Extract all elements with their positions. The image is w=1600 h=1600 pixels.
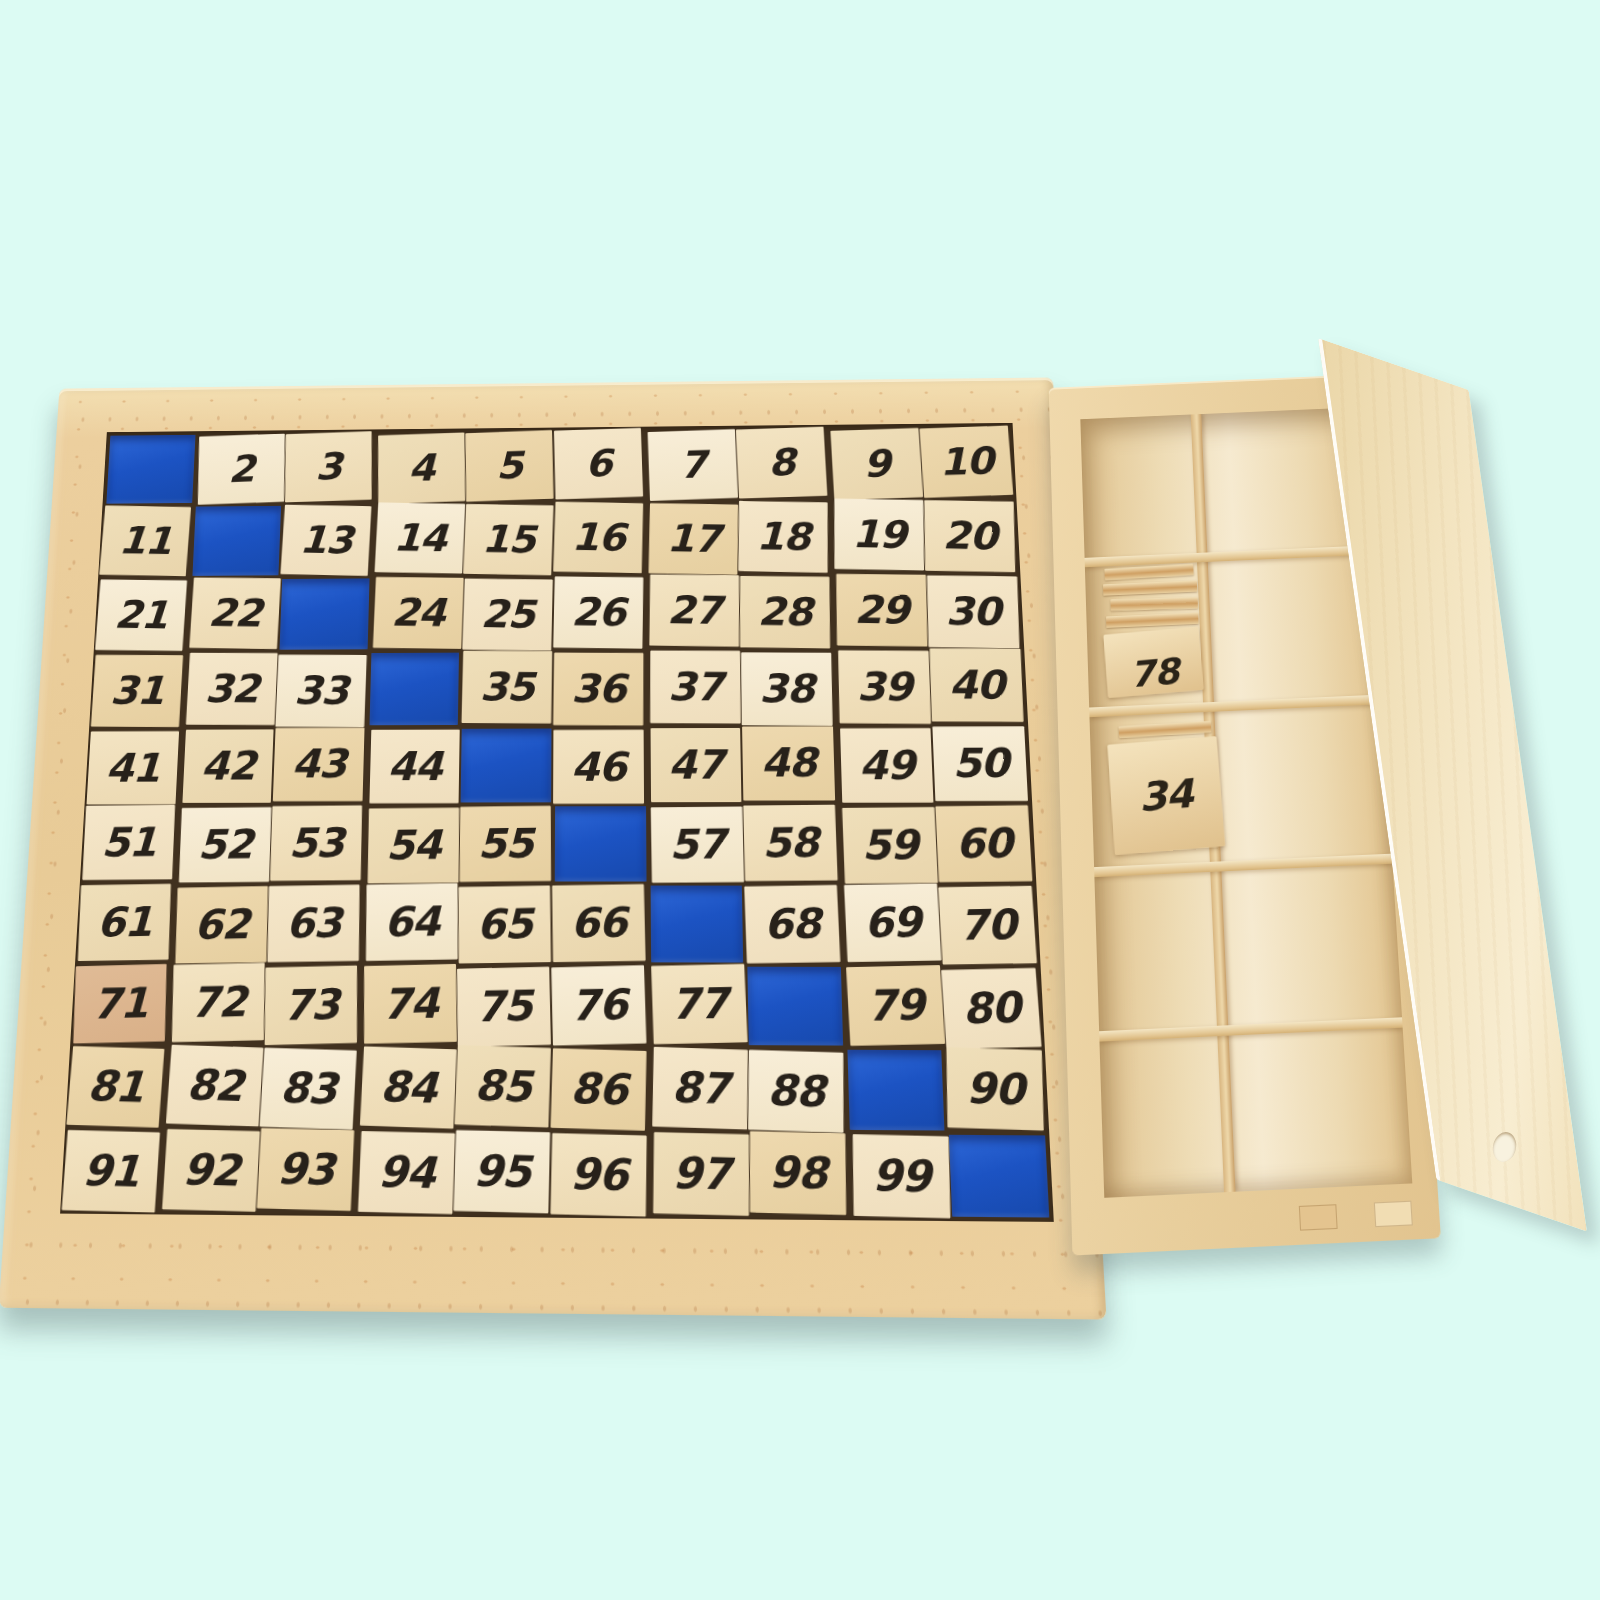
board-tile-90[interactable]: 90 bbox=[947, 1047, 1044, 1130]
board-tile-37[interactable]: 37 bbox=[650, 651, 740, 724]
board-grid: 2345678910111314151617181920212224252627… bbox=[60, 423, 1054, 1222]
box-divider-horizontal bbox=[1085, 545, 1374, 567]
board-slot-89[interactable] bbox=[847, 1050, 945, 1131]
board-tile-52[interactable]: 52 bbox=[178, 807, 270, 882]
board-tile-68[interactable]: 68 bbox=[744, 885, 840, 964]
board-tile-22[interactable]: 22 bbox=[189, 577, 280, 649]
board-tile-8[interactable]: 8 bbox=[736, 427, 827, 499]
box-tile-34-label: 34 bbox=[1138, 770, 1195, 820]
board-tile-85[interactable]: 85 bbox=[455, 1045, 551, 1127]
board-tile-57[interactable]: 57 bbox=[650, 806, 743, 882]
board-tile-43[interactable]: 43 bbox=[273, 728, 364, 802]
board-tile-5[interactable]: 5 bbox=[466, 430, 554, 502]
board-tile-96[interactable]: 96 bbox=[550, 1133, 646, 1217]
scene: 2345678910111314151617181920212224252627… bbox=[0, 0, 1600, 1600]
stacked-tile-edge bbox=[1103, 581, 1198, 596]
board-tile-11[interactable]: 11 bbox=[99, 506, 190, 577]
finger-joint bbox=[1374, 1201, 1413, 1228]
board-tile-88[interactable]: 88 bbox=[748, 1050, 843, 1133]
board-tile-46[interactable]: 46 bbox=[553, 730, 644, 804]
board-tile-16[interactable]: 16 bbox=[553, 502, 643, 574]
board-tile-40[interactable]: 40 bbox=[930, 648, 1024, 722]
board-tile-50[interactable]: 50 bbox=[933, 726, 1028, 801]
board-tile-48[interactable]: 48 bbox=[742, 726, 835, 800]
board-tile-77[interactable]: 77 bbox=[651, 964, 747, 1044]
board-tile-42[interactable]: 42 bbox=[182, 729, 274, 802]
board-tile-70[interactable]: 70 bbox=[939, 886, 1037, 965]
board-tile-7[interactable]: 7 bbox=[647, 429, 737, 501]
board-tile-98[interactable]: 98 bbox=[750, 1131, 846, 1215]
board-tile-80[interactable]: 80 bbox=[942, 968, 1042, 1049]
board-tile-74[interactable]: 74 bbox=[364, 964, 456, 1044]
board-tile-93[interactable]: 93 bbox=[257, 1128, 354, 1211]
board-slot-56[interactable] bbox=[555, 806, 646, 881]
board-tile-94[interactable]: 94 bbox=[358, 1131, 455, 1214]
board-tile-91[interactable]: 91 bbox=[62, 1130, 160, 1213]
board-tile-83[interactable]: 83 bbox=[260, 1048, 357, 1130]
board-tile-99[interactable]: 99 bbox=[852, 1134, 949, 1218]
board-slot-45[interactable] bbox=[461, 729, 552, 803]
board-tile-84[interactable]: 84 bbox=[360, 1046, 456, 1128]
board-tile-38[interactable]: 38 bbox=[741, 652, 832, 725]
stacked-tile-edge bbox=[1110, 597, 1197, 611]
board-tile-47[interactable]: 47 bbox=[650, 728, 741, 802]
board-tile-29[interactable]: 29 bbox=[836, 574, 927, 647]
board-tile-87[interactable]: 87 bbox=[652, 1047, 747, 1130]
board-tile-60[interactable]: 60 bbox=[936, 805, 1033, 882]
board-tile-19[interactable]: 19 bbox=[834, 499, 923, 571]
box-divider-horizontal bbox=[1094, 854, 1392, 877]
board-tile-27[interactable]: 27 bbox=[649, 574, 738, 646]
board-tile-15[interactable]: 15 bbox=[464, 504, 554, 575]
board-tile-25[interactable]: 25 bbox=[463, 579, 553, 651]
board-tile-53[interactable]: 53 bbox=[270, 805, 362, 881]
board-tile-59[interactable]: 59 bbox=[842, 807, 938, 884]
board-tile-55[interactable]: 55 bbox=[460, 806, 551, 882]
board-tile-65[interactable]: 65 bbox=[459, 886, 551, 964]
stacked-tile-edge bbox=[1104, 564, 1193, 581]
box-tile-34[interactable]: 34 bbox=[1108, 736, 1225, 855]
board-tile-54[interactable]: 54 bbox=[367, 808, 458, 884]
stacked-tile-edge bbox=[1119, 721, 1212, 738]
board-slot-1[interactable] bbox=[106, 435, 195, 504]
board-tile-10[interactable]: 10 bbox=[920, 426, 1013, 498]
board-tile-81[interactable]: 81 bbox=[66, 1046, 164, 1128]
board-tile-26[interactable]: 26 bbox=[553, 576, 643, 648]
board-tile-62[interactable]: 62 bbox=[175, 886, 267, 964]
board-tile-73[interactable]: 73 bbox=[265, 965, 357, 1045]
board-tile-35[interactable]: 35 bbox=[462, 651, 552, 724]
board-tile-44[interactable]: 44 bbox=[369, 730, 460, 804]
board-tile-76[interactable]: 76 bbox=[551, 965, 646, 1045]
stacked-tile-edge bbox=[1106, 613, 1199, 628]
board-tile-30[interactable]: 30 bbox=[927, 575, 1019, 648]
board-tile-75[interactable]: 75 bbox=[457, 967, 551, 1047]
board-tile-58[interactable]: 58 bbox=[743, 805, 837, 881]
board-tile-49[interactable]: 49 bbox=[840, 728, 934, 803]
hundred-board: 2345678910111314151617181920212224252627… bbox=[0, 377, 1107, 1319]
board-tile-64[interactable]: 64 bbox=[366, 883, 457, 961]
board-tile-6[interactable]: 6 bbox=[554, 428, 643, 500]
board-tile-3[interactable]: 3 bbox=[285, 431, 371, 502]
board-tile-33[interactable]: 33 bbox=[275, 655, 366, 728]
board-tile-41[interactable]: 41 bbox=[87, 731, 179, 804]
board-tile-9[interactable]: 9 bbox=[830, 428, 922, 500]
board-tile-95[interactable]: 95 bbox=[454, 1130, 550, 1213]
board-slot-100[interactable] bbox=[949, 1135, 1049, 1218]
tile-34-group[interactable]: 34 bbox=[1109, 721, 1223, 853]
board-tile-20[interactable]: 20 bbox=[925, 500, 1016, 572]
box-divider-horizontal bbox=[1099, 1018, 1403, 1042]
box-tile-78-label: 78 bbox=[1128, 651, 1180, 696]
board-tile-97[interactable]: 97 bbox=[653, 1132, 748, 1216]
board-slot-12[interactable] bbox=[192, 506, 281, 576]
board-tile-92[interactable]: 92 bbox=[162, 1129, 260, 1212]
tile-stack[interactable]: 78 bbox=[1102, 564, 1206, 696]
board-tile-69[interactable]: 69 bbox=[844, 883, 941, 962]
board-slot-67[interactable] bbox=[650, 886, 743, 963]
finger-joint bbox=[1299, 1204, 1338, 1231]
board-tile-36[interactable]: 36 bbox=[553, 653, 643, 726]
board-tile-4[interactable]: 4 bbox=[378, 432, 465, 503]
board-slot-23[interactable] bbox=[280, 578, 370, 649]
board-tile-82[interactable]: 82 bbox=[165, 1045, 262, 1127]
box-divider-horizontal bbox=[1089, 695, 1382, 718]
board-tile-13[interactable]: 13 bbox=[281, 505, 372, 576]
board-tile-17[interactable]: 17 bbox=[648, 503, 737, 575]
board-tile-32[interactable]: 32 bbox=[185, 653, 276, 725]
board-tile-14[interactable]: 14 bbox=[374, 502, 464, 573]
board-tile-51[interactable]: 51 bbox=[82, 805, 174, 880]
board-tile-28[interactable]: 28 bbox=[740, 576, 830, 649]
board-tile-39[interactable]: 39 bbox=[838, 650, 930, 723]
board-tile-31[interactable]: 31 bbox=[91, 655, 183, 727]
board-tile-86[interactable]: 86 bbox=[551, 1048, 647, 1131]
board-tile-63[interactable]: 63 bbox=[268, 885, 360, 963]
board-tile-18[interactable]: 18 bbox=[739, 501, 828, 573]
board-tile-2[interactable]: 2 bbox=[197, 434, 284, 505]
board-tile-66[interactable]: 66 bbox=[552, 884, 645, 962]
board-tile-72[interactable]: 72 bbox=[171, 963, 263, 1043]
board-tile-24[interactable]: 24 bbox=[373, 577, 463, 649]
box-tile-78[interactable]: 78 bbox=[1103, 627, 1203, 698]
board-tile-21[interactable]: 21 bbox=[95, 579, 187, 650]
board-tile-61[interactable]: 61 bbox=[78, 884, 171, 961]
board-tile-79[interactable]: 79 bbox=[846, 965, 945, 1046]
board-tile-71[interactable]: 71 bbox=[73, 964, 166, 1043]
board-slot-78[interactable] bbox=[748, 967, 843, 1046]
board-slot-34[interactable] bbox=[369, 653, 459, 726]
